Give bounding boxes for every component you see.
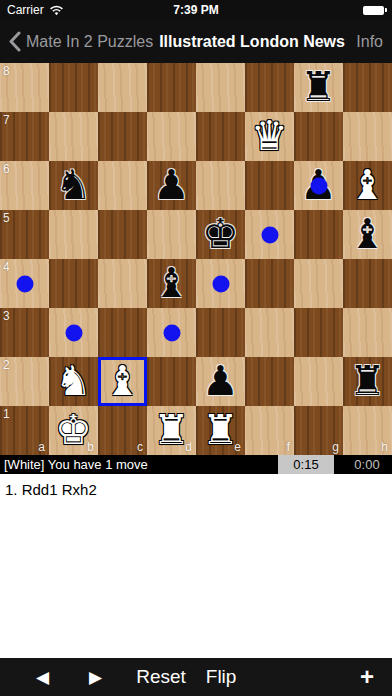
game-status-bar: [White] You have 1 move 0:15 0:00: [0, 455, 392, 474]
file-label-f: f: [287, 440, 290, 454]
square-e7[interactable]: [196, 112, 245, 161]
square-d5[interactable]: [147, 210, 196, 259]
square-e2[interactable]: ♟︎: [196, 357, 245, 406]
square-f8[interactable]: [245, 63, 294, 112]
info-button[interactable]: Info: [356, 33, 383, 51]
black-timer: 0:00: [342, 455, 392, 474]
square-c2[interactable]: ♝︎: [98, 357, 147, 406]
previous-move-button[interactable]: ◀︎: [36, 667, 49, 687]
square-e5[interactable]: ♚︎: [196, 210, 245, 259]
piece-white-king: ♚︎: [49, 406, 98, 455]
square-h3[interactable]: [343, 308, 392, 357]
square-f1[interactable]: f: [245, 406, 294, 455]
legal-move-dot[interactable]: [261, 226, 278, 243]
square-b5[interactable]: [49, 210, 98, 259]
square-c5[interactable]: [98, 210, 147, 259]
file-label-b: b: [87, 440, 94, 454]
square-f5[interactable]: [245, 210, 294, 259]
square-h5[interactable]: ♝︎: [343, 210, 392, 259]
square-c3[interactable]: [98, 308, 147, 357]
chess-board: 8♜︎7♛︎6♞︎♟︎♟︎♝︎5♚︎♝︎4♝︎32♞︎♝︎♟︎♜︎1ab♚︎cd…: [0, 63, 392, 455]
navigation-bar: Mate In 2 Puzzles Illustrated London New…: [0, 20, 392, 63]
next-move-button[interactable]: ▶︎: [89, 667, 102, 687]
square-a6[interactable]: 6: [0, 161, 49, 210]
square-g8[interactable]: ♜︎: [294, 63, 343, 112]
rank-label-1: 1: [3, 407, 10, 421]
square-f4[interactable]: [245, 259, 294, 308]
square-g5[interactable]: [294, 210, 343, 259]
square-h2[interactable]: ♜︎: [343, 357, 392, 406]
square-a7[interactable]: 7: [0, 112, 49, 161]
square-a8[interactable]: 8: [0, 63, 49, 112]
square-d2[interactable]: [147, 357, 196, 406]
square-e1[interactable]: e♜︎: [196, 406, 245, 455]
file-label-e: e: [234, 440, 241, 454]
file-label-d: d: [185, 440, 192, 454]
square-d7[interactable]: [147, 112, 196, 161]
piece-black-pawn: ♟︎: [196, 357, 245, 406]
white-timer: 0:15: [278, 455, 334, 474]
square-a4[interactable]: 4: [0, 259, 49, 308]
square-c4[interactable]: [98, 259, 147, 308]
square-d8[interactable]: [147, 63, 196, 112]
piece-white-rook: ♜︎: [196, 406, 245, 455]
piece-white-bishop: ♝︎: [343, 161, 392, 210]
turn-status-message: [White] You have 1 move: [4, 457, 148, 472]
legal-move-dot[interactable]: [65, 324, 82, 341]
file-label-a: a: [38, 440, 45, 454]
square-d1[interactable]: d♜︎: [147, 406, 196, 455]
square-e6[interactable]: [196, 161, 245, 210]
square-c7[interactable]: [98, 112, 147, 161]
square-h6[interactable]: ♝︎: [343, 161, 392, 210]
piece-black-rook: ♜︎: [294, 63, 343, 112]
square-h4[interactable]: [343, 259, 392, 308]
square-a2[interactable]: 2: [0, 357, 49, 406]
legal-move-dot[interactable]: [310, 177, 327, 194]
square-e3[interactable]: [196, 308, 245, 357]
square-b3[interactable]: [49, 308, 98, 357]
square-c6[interactable]: [98, 161, 147, 210]
legal-move-dot[interactable]: [212, 275, 229, 292]
square-b4[interactable]: [49, 259, 98, 308]
file-label-c: c: [137, 440, 143, 454]
square-c8[interactable]: [98, 63, 147, 112]
legal-move-dot[interactable]: [163, 324, 180, 341]
ios-status-bar: Carrier 7:39 PM: [0, 0, 392, 20]
timers: 0:15 0:00: [278, 455, 392, 474]
piece-black-king: ♚︎: [196, 210, 245, 259]
rank-label-4: 4: [3, 260, 10, 274]
square-g4[interactable]: [294, 259, 343, 308]
square-a1[interactable]: 1a: [0, 406, 49, 455]
square-e4[interactable]: [196, 259, 245, 308]
square-d3[interactable]: [147, 308, 196, 357]
square-d6[interactable]: ♟︎: [147, 161, 196, 210]
square-b2[interactable]: ♞︎: [49, 357, 98, 406]
square-g6[interactable]: ♟︎: [294, 161, 343, 210]
back-button-label: Mate In 2 Puzzles: [26, 33, 153, 51]
square-h8[interactable]: [343, 63, 392, 112]
rank-label-5: 5: [3, 211, 10, 225]
rank-label-6: 6: [3, 162, 10, 176]
move-list-text: 1. Rdd1 Rxh2: [5, 481, 97, 498]
reset-button[interactable]: Reset: [136, 666, 186, 688]
square-b6[interactable]: ♞︎: [49, 161, 98, 210]
move-list: 1. Rdd1 Rxh2: [0, 474, 392, 658]
flip-button[interactable]: Flip: [206, 666, 237, 688]
piece-white-queen: ♛︎: [245, 112, 294, 161]
back-button[interactable]: Mate In 2 Puzzles: [8, 31, 153, 52]
square-c1[interactable]: c: [98, 406, 147, 455]
piece-black-pawn: ♟︎: [147, 161, 196, 210]
square-h1[interactable]: h: [343, 406, 392, 455]
piece-black-bishop: ♝︎: [147, 259, 196, 308]
bottom-toolbar: ◀︎ ▶︎ Reset Flip +: [0, 658, 392, 696]
square-f3[interactable]: [245, 308, 294, 357]
square-a5[interactable]: 5: [0, 210, 49, 259]
file-label-h: h: [381, 440, 388, 454]
rank-label-2: 2: [3, 358, 10, 372]
square-d4[interactable]: ♝︎: [147, 259, 196, 308]
square-b7[interactable]: [49, 112, 98, 161]
piece-black-rook: ♜︎: [343, 357, 392, 406]
piece-white-bishop: ♝︎: [98, 357, 147, 406]
square-g3[interactable]: [294, 308, 343, 357]
square-e8[interactable]: [196, 63, 245, 112]
rank-label-7: 7: [3, 113, 10, 127]
square-g2[interactable]: [294, 357, 343, 406]
square-g7[interactable]: [294, 112, 343, 161]
add-button[interactable]: +: [360, 665, 374, 689]
legal-move-dot[interactable]: [16, 275, 33, 292]
square-b8[interactable]: [49, 63, 98, 112]
page-title: Illustrated London News: [159, 33, 345, 51]
piece-black-knight: ♞︎: [49, 161, 98, 210]
square-h7[interactable]: [343, 112, 392, 161]
clock-time: 7:39 PM: [0, 3, 392, 17]
piece-black-bishop: ♝︎: [343, 210, 392, 259]
square-f2[interactable]: [245, 357, 294, 406]
rank-label-8: 8: [3, 64, 10, 78]
piece-white-knight: ♞︎: [49, 357, 98, 406]
file-label-g: g: [332, 440, 339, 454]
back-chevron-icon: [8, 31, 21, 52]
rank-label-3: 3: [3, 309, 10, 323]
battery-icon: [363, 6, 387, 15]
square-f6[interactable]: [245, 161, 294, 210]
square-a3[interactable]: 3: [0, 308, 49, 357]
piece-white-rook: ♜︎: [147, 406, 196, 455]
square-g1[interactable]: g: [294, 406, 343, 455]
square-b1[interactable]: b♚︎: [49, 406, 98, 455]
square-f7[interactable]: ♛︎: [245, 112, 294, 161]
